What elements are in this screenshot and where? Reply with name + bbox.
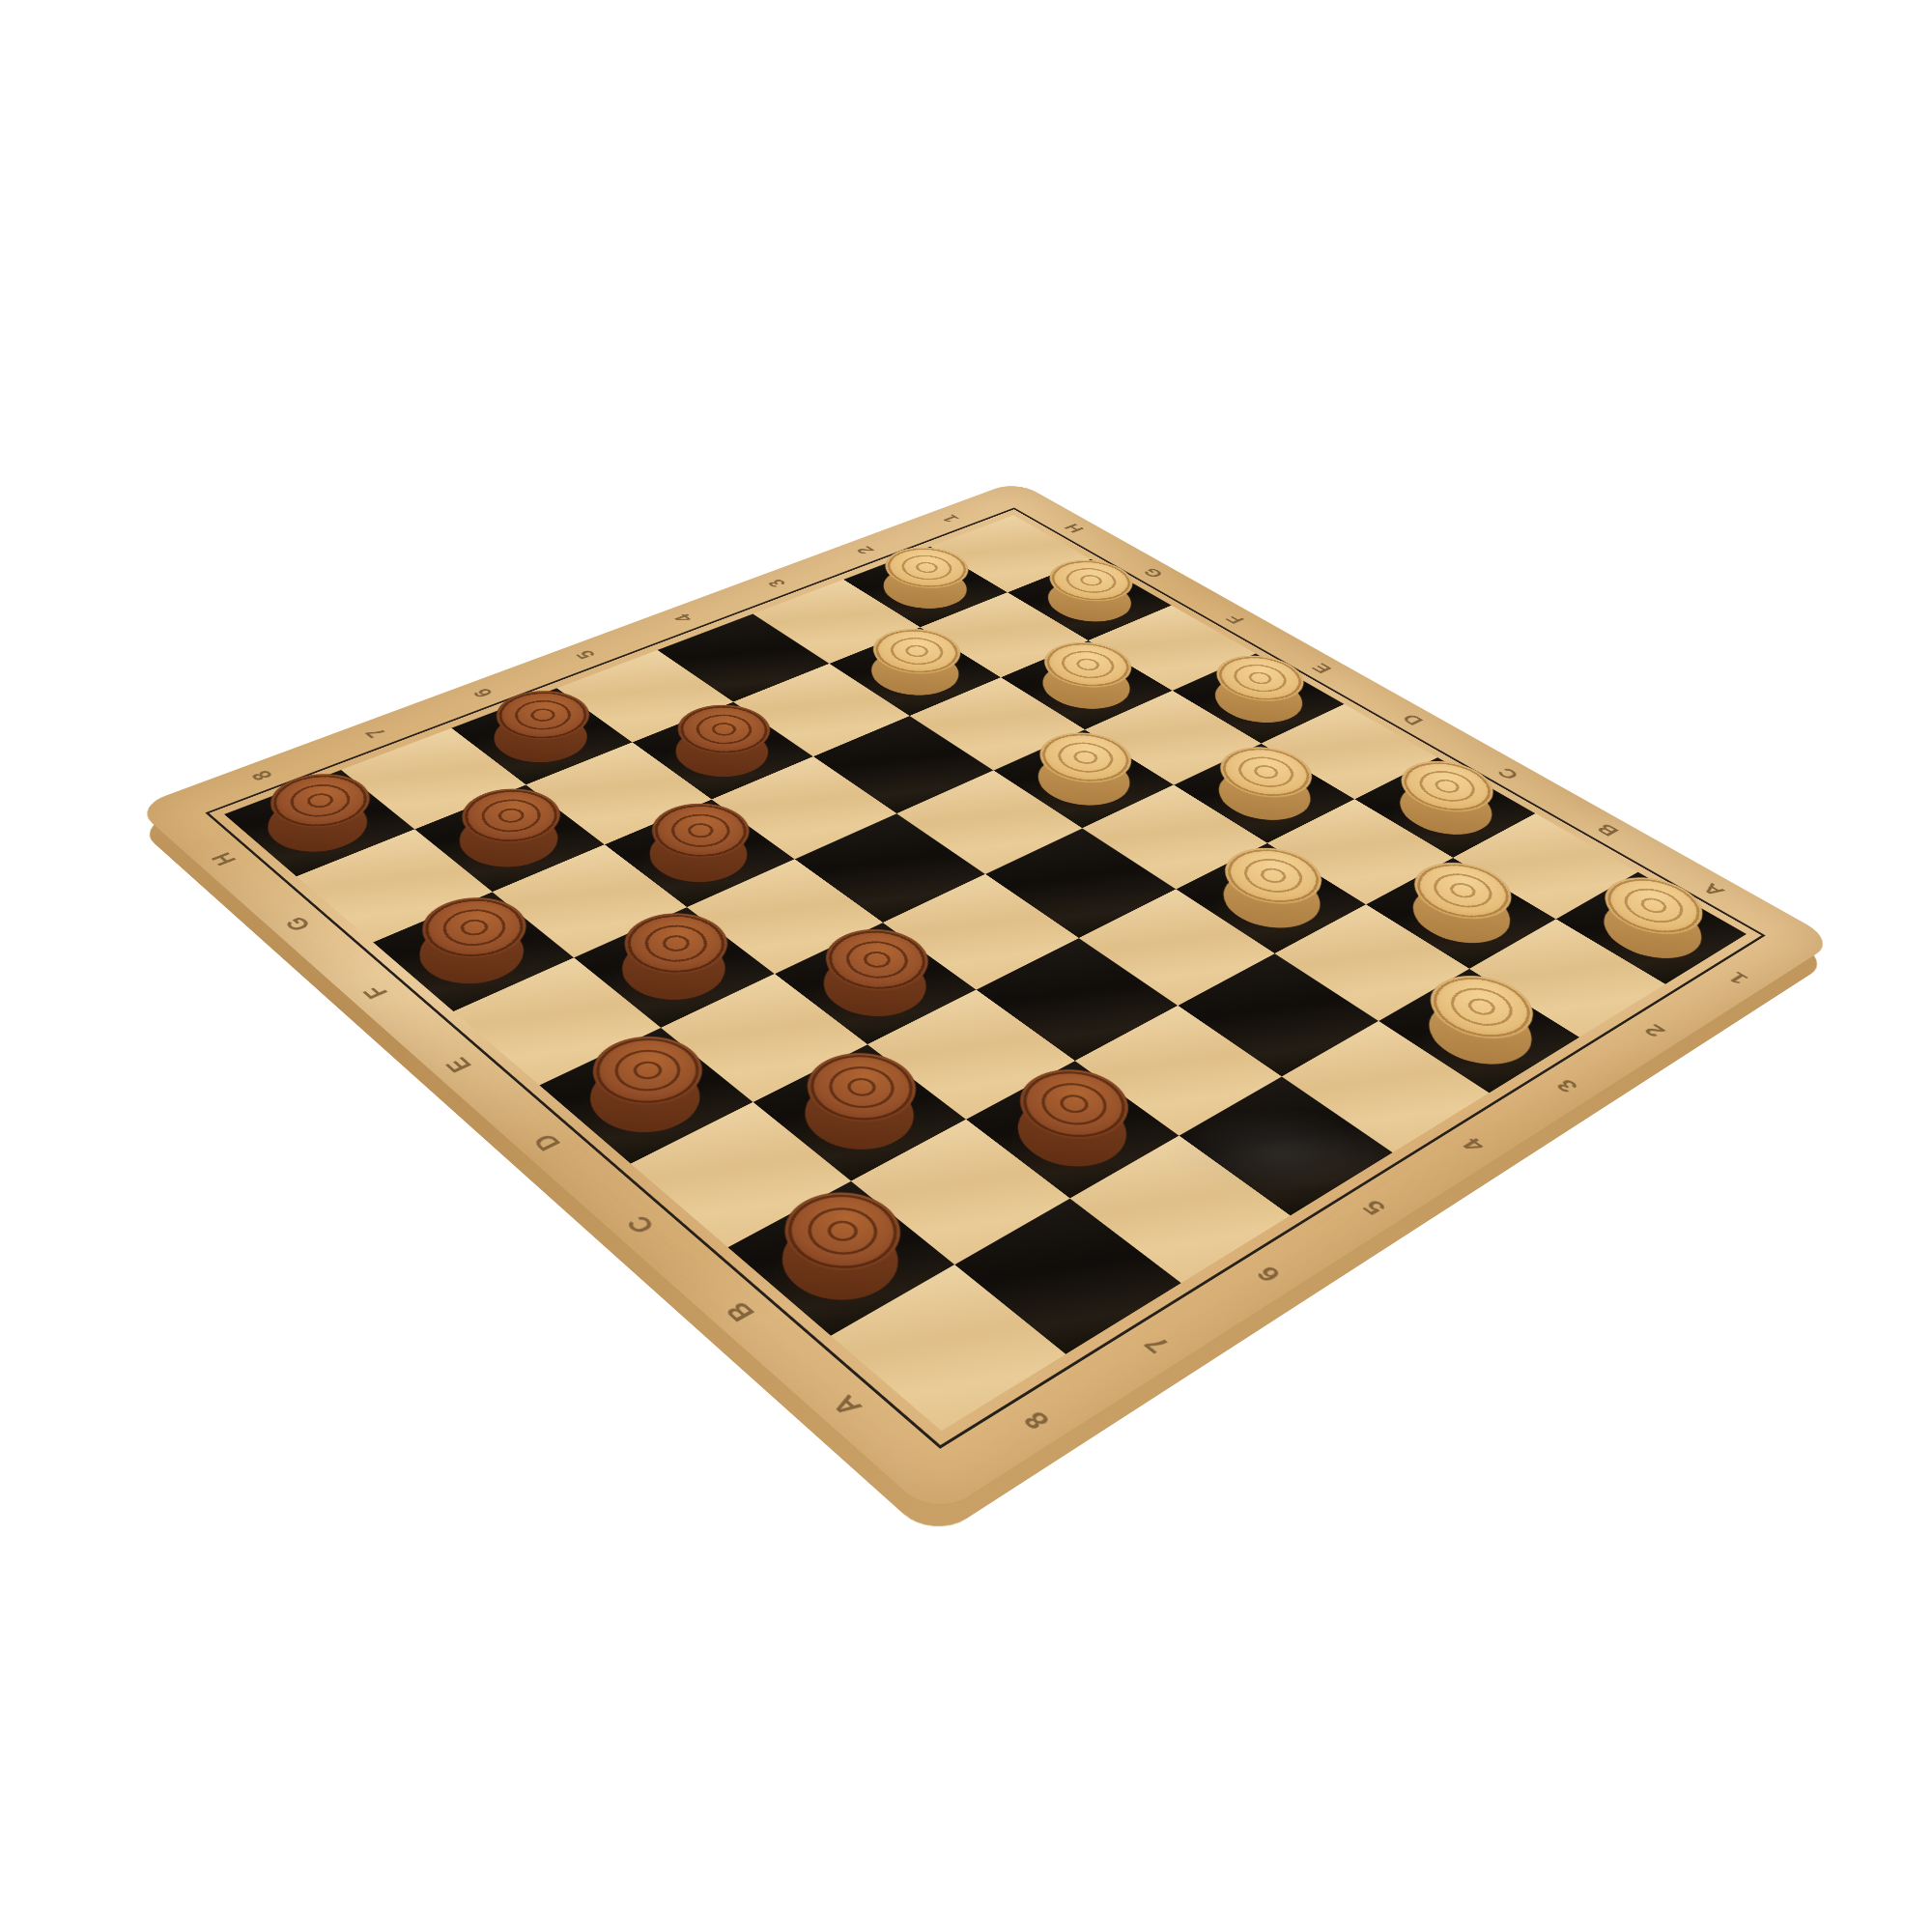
checkers-board: 1122334455667788HHGGFFEEDDCCBBAA [134,481,1836,1518]
product-photo-scene: 1122334455667788HHGGFFEEDDCCBBAA [0,0,1932,1932]
checker-piece-dark-h8 [251,784,387,861]
playing-grid [224,515,1747,1431]
photo-artifact-smudge [1164,1109,1396,1191]
checker-piece-dark-e7 [603,923,747,1009]
